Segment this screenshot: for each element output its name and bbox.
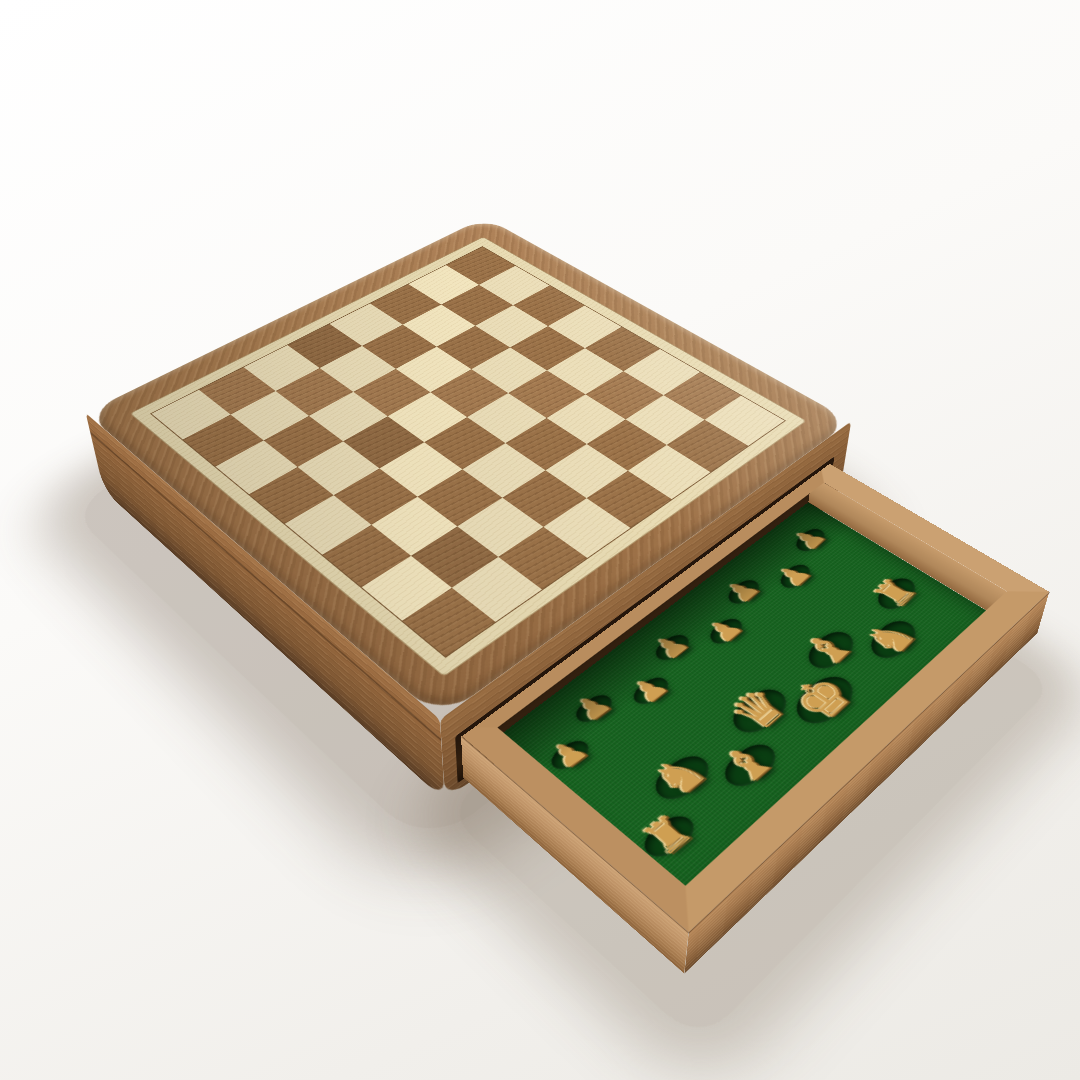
chess-box: ♟♟♟♟♟♟♟♟♜♞♝♚♛♝♞♜ — [104, 289, 839, 801]
scene: ♟♟♟♟♟♟♟♟♜♞♝♚♛♝♞♜ — [0, 0, 1080, 1080]
perspective-wrapper: ♟♟♟♟♟♟♟♟♜♞♝♚♛♝♞♜ — [0, 0, 1080, 1080]
